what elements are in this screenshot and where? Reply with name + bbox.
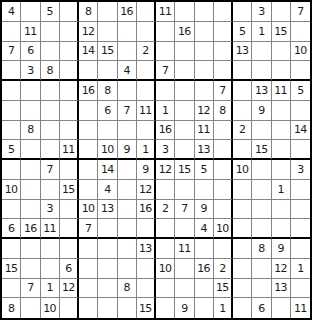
cell-r3c3[interactable] [41,42,60,62]
cell-r4c6[interactable] [98,61,117,81]
cell-r5c3[interactable] [41,81,60,101]
cell-r10c12[interactable] [214,180,233,200]
cell-r9c3[interactable]: 7 [41,160,60,180]
cell-r10c13[interactable] [233,180,252,200]
cell-r6c11[interactable]: 12 [195,101,214,121]
cell-r5c12[interactable]: 7 [214,81,233,101]
cell-r10c8[interactable]: 12 [137,180,156,200]
cell-r4c12[interactable] [214,61,233,81]
cell-r12c1[interactable]: 6 [2,219,21,239]
cell-r12c12[interactable]: 10 [214,219,233,239]
cell-r15c8[interactable] [137,279,156,299]
cell-r3c6[interactable]: 15 [98,42,117,62]
cell-r1c14[interactable]: 3 [252,2,271,22]
cell-r3c15[interactable] [272,42,291,62]
cell-r15c15[interactable]: 13 [272,279,291,299]
cell-r9c7[interactable] [118,160,137,180]
cell-r15c10[interactable] [175,279,194,299]
cell-r1c15[interactable] [272,2,291,22]
cell-r7c8[interactable] [137,121,156,141]
cell-r3c8[interactable]: 2 [137,42,156,62]
cell-r1c4[interactable] [60,2,79,22]
cell-r11c4[interactable] [60,200,79,220]
cell-r9c16[interactable]: 3 [291,160,310,180]
cell-r9c14[interactable] [252,160,271,180]
cell-r8c16[interactable] [291,140,310,160]
cell-r1c11[interactable] [195,2,214,22]
cell-r16c8[interactable]: 15 [137,298,156,318]
cell-r2c2[interactable]: 11 [21,22,40,42]
cell-r14c14[interactable] [252,259,271,279]
cell-r3c10[interactable] [175,42,194,62]
cell-r15c6[interactable] [98,279,117,299]
cell-r9c12[interactable] [214,160,233,180]
cell-r8c6[interactable]: 10 [98,140,117,160]
cell-r14c6[interactable] [98,259,117,279]
cell-r16c11[interactable] [195,298,214,318]
cell-r6c2[interactable] [21,101,40,121]
cell-r13c12[interactable] [214,239,233,259]
cell-r13c3[interactable] [41,239,60,259]
cell-r16c4[interactable] [60,298,79,318]
cell-r4c14[interactable] [252,61,271,81]
cell-r1c16[interactable]: 7 [291,2,310,22]
cell-r4c7[interactable]: 4 [118,61,137,81]
cell-r14c9[interactable]: 10 [156,259,175,279]
cell-r1c8[interactable] [137,2,156,22]
cell-r2c14[interactable]: 1 [252,22,271,42]
cell-r12c16[interactable] [291,219,310,239]
cell-r15c14[interactable] [252,279,271,299]
cell-r11c2[interactable] [21,200,40,220]
cell-r14c11[interactable]: 16 [195,259,214,279]
cell-r16c7[interactable] [118,298,137,318]
cell-r11c10[interactable]: 7 [175,200,194,220]
cell-r10c6[interactable]: 4 [98,180,117,200]
cell-r10c1[interactable]: 10 [2,180,21,200]
cell-r6c10[interactable] [175,101,194,121]
cell-r2c12[interactable] [214,22,233,42]
cell-r6c16[interactable] [291,101,310,121]
cell-r11c13[interactable] [233,200,252,220]
cell-r12c13[interactable] [233,219,252,239]
cell-r2c11[interactable] [195,22,214,42]
cell-r5c1[interactable] [2,81,21,101]
cell-r13c8[interactable]: 13 [137,239,156,259]
cell-r5c4[interactable] [60,81,79,101]
cell-r7c11[interactable]: 11 [195,121,214,141]
cell-r16c1[interactable]: 8 [2,298,21,318]
cell-r6c9[interactable]: 1 [156,101,175,121]
cell-r14c7[interactable] [118,259,137,279]
cell-r11c3[interactable]: 3 [41,200,60,220]
cell-r5c15[interactable]: 11 [272,81,291,101]
cell-r10c11[interactable] [195,180,214,200]
cell-r13c13[interactable] [233,239,252,259]
cell-r2c7[interactable] [118,22,137,42]
cell-r7c1[interactable] [2,121,21,141]
cell-r12c7[interactable] [118,219,137,239]
cell-r4c16[interactable] [291,61,310,81]
cell-r8c8[interactable]: 1 [137,140,156,160]
cell-r13c11[interactable] [195,239,214,259]
cell-r5c11[interactable] [195,81,214,101]
cell-r11c11[interactable]: 9 [195,200,214,220]
cell-r11c8[interactable]: 16 [137,200,156,220]
cell-r4c5[interactable] [79,61,98,81]
cell-r15c7[interactable]: 8 [118,279,137,299]
cell-r2c5[interactable]: 12 [79,22,98,42]
cell-r4c9[interactable]: 7 [156,61,175,81]
cell-r14c5[interactable] [79,259,98,279]
cell-r2c8[interactable] [137,22,156,42]
cell-r9c9[interactable]: 12 [156,160,175,180]
cell-r2c13[interactable]: 5 [233,22,252,42]
cell-r8c12[interactable] [214,140,233,160]
cell-r4c4[interactable] [60,61,79,81]
cell-r9c2[interactable] [21,160,40,180]
cell-r3c2[interactable]: 6 [21,42,40,62]
cell-r8c11[interactable]: 13 [195,140,214,160]
cell-r1c2[interactable] [21,2,40,22]
cell-r16c14[interactable]: 6 [252,298,271,318]
cell-r9c1[interactable] [2,160,21,180]
cell-r4c1[interactable] [2,61,21,81]
cell-r14c8[interactable] [137,259,156,279]
cell-r12c10[interactable] [175,219,194,239]
cell-r10c16[interactable] [291,180,310,200]
cell-r1c9[interactable]: 11 [156,2,175,22]
cell-r12c3[interactable]: 11 [41,219,60,239]
cell-r2c6[interactable] [98,22,117,42]
cell-r13c2[interactable] [21,239,40,259]
cell-r5c16[interactable]: 5 [291,81,310,101]
cell-r2c9[interactable] [156,22,175,42]
cell-r3c16[interactable]: 10 [291,42,310,62]
cell-r7c10[interactable] [175,121,194,141]
cell-r13c14[interactable]: 8 [252,239,271,259]
cell-r7c16[interactable]: 14 [291,121,310,141]
cell-r12c15[interactable] [272,219,291,239]
cell-r15c3[interactable]: 1 [41,279,60,299]
cell-r12c6[interactable] [98,219,117,239]
cell-r6c12[interactable]: 8 [214,101,233,121]
cell-r11c1[interactable] [2,200,21,220]
cell-r15c1[interactable] [2,279,21,299]
cell-r9c6[interactable]: 14 [98,160,117,180]
cell-r9c13[interactable]: 10 [233,160,252,180]
cell-r1c10[interactable] [175,2,194,22]
cell-r7c9[interactable]: 16 [156,121,175,141]
cell-r7c2[interactable]: 8 [21,121,40,141]
cell-r10c5[interactable] [79,180,98,200]
cell-r12c11[interactable]: 4 [195,219,214,239]
cell-r7c15[interactable] [272,121,291,141]
cell-r15c11[interactable] [195,279,214,299]
cell-r11c7[interactable] [118,200,137,220]
cell-r13c10[interactable]: 11 [175,239,194,259]
cell-r16c2[interactable] [21,298,40,318]
cell-r7c6[interactable] [98,121,117,141]
cell-r5c13[interactable] [233,81,252,101]
cell-r9c8[interactable]: 9 [137,160,156,180]
cell-r13c6[interactable] [98,239,117,259]
cell-r12c8[interactable] [137,219,156,239]
cell-r9c10[interactable]: 15 [175,160,194,180]
cell-r7c3[interactable] [41,121,60,141]
cell-r14c10[interactable] [175,259,194,279]
cell-r3c11[interactable] [195,42,214,62]
cell-r7c7[interactable] [118,121,137,141]
cell-r3c9[interactable] [156,42,175,62]
cell-r16c10[interactable]: 9 [175,298,194,318]
cell-r8c1[interactable]: 5 [2,140,21,160]
cell-r4c8[interactable] [137,61,156,81]
cell-r1c13[interactable] [233,2,252,22]
cell-r15c5[interactable] [79,279,98,299]
cell-r6c7[interactable]: 7 [118,101,137,121]
cell-r1c6[interactable] [98,2,117,22]
cell-r13c4[interactable] [60,239,79,259]
cell-r15c9[interactable] [156,279,175,299]
cell-r5c8[interactable] [137,81,156,101]
cell-r11c14[interactable] [252,200,271,220]
cell-r12c2[interactable]: 16 [21,219,40,239]
cell-r3c7[interactable] [118,42,137,62]
cell-r6c4[interactable] [60,101,79,121]
cell-r4c13[interactable] [233,61,252,81]
cell-r6c3[interactable] [41,101,60,121]
cell-r4c15[interactable] [272,61,291,81]
cell-r7c14[interactable] [252,121,271,141]
cell-r6c6[interactable]: 6 [98,101,117,121]
cell-r9c5[interactable] [79,160,98,180]
cell-r5c9[interactable] [156,81,175,101]
cell-r3c1[interactable]: 7 [2,42,21,62]
cell-r2c16[interactable] [291,22,310,42]
cell-r13c7[interactable] [118,239,137,259]
cell-r15c13[interactable] [233,279,252,299]
cell-r14c16[interactable]: 1 [291,259,310,279]
cell-r10c9[interactable] [156,180,175,200]
cell-r8c14[interactable]: 15 [252,140,271,160]
cell-r5c2[interactable] [21,81,40,101]
cell-r13c16[interactable] [291,239,310,259]
cell-r16c6[interactable] [98,298,117,318]
cell-r15c12[interactable]: 15 [214,279,233,299]
cell-r3c12[interactable] [214,42,233,62]
cell-r3c4[interactable] [60,42,79,62]
cell-r14c3[interactable] [41,259,60,279]
cell-r14c2[interactable] [21,259,40,279]
cell-r10c10[interactable] [175,180,194,200]
cell-r14c1[interactable]: 15 [2,259,21,279]
cell-r11c16[interactable] [291,200,310,220]
cell-r10c4[interactable]: 15 [60,180,79,200]
cell-r8c5[interactable] [79,140,98,160]
cell-r14c4[interactable]: 6 [60,259,79,279]
cell-r10c7[interactable] [118,180,137,200]
cell-r15c4[interactable]: 12 [60,279,79,299]
cell-r6c13[interactable] [233,101,252,121]
cell-r5c10[interactable] [175,81,194,101]
cell-r7c12[interactable] [214,121,233,141]
cell-r2c4[interactable] [60,22,79,42]
cell-r14c15[interactable]: 12 [272,259,291,279]
cell-r16c5[interactable] [79,298,98,318]
cell-r7c4[interactable] [60,121,79,141]
cell-r6c1[interactable] [2,101,21,121]
cell-r8c7[interactable]: 9 [118,140,137,160]
cell-r1c3[interactable]: 5 [41,2,60,22]
cell-r14c13[interactable] [233,259,252,279]
cell-r3c5[interactable]: 14 [79,42,98,62]
cell-r11c15[interactable] [272,200,291,220]
cell-r2c10[interactable]: 16 [175,22,194,42]
cell-r10c3[interactable] [41,180,60,200]
cell-r2c3[interactable] [41,22,60,42]
cell-r12c14[interactable] [252,219,271,239]
cell-r9c15[interactable] [272,160,291,180]
cell-r12c5[interactable]: 7 [79,219,98,239]
cell-r11c9[interactable]: 2 [156,200,175,220]
cell-r1c12[interactable] [214,2,233,22]
cell-r10c2[interactable] [21,180,40,200]
cell-r6c8[interactable]: 11 [137,101,156,121]
cell-r15c16[interactable] [291,279,310,299]
cell-r16c15[interactable] [272,298,291,318]
cell-r14c12[interactable]: 2 [214,259,233,279]
cell-r5c7[interactable] [118,81,137,101]
cell-r4c2[interactable]: 3 [21,61,40,81]
cell-r13c5[interactable] [79,239,98,259]
cell-r4c10[interactable] [175,61,194,81]
cell-r2c1[interactable] [2,22,21,42]
cell-r8c9[interactable]: 3 [156,140,175,160]
cell-r11c12[interactable] [214,200,233,220]
cell-r3c13[interactable]: 13 [233,42,252,62]
cell-r13c1[interactable] [2,239,21,259]
cell-r10c14[interactable] [252,180,271,200]
cell-r8c10[interactable] [175,140,194,160]
cell-r4c3[interactable]: 8 [41,61,60,81]
cell-r13c15[interactable]: 9 [272,239,291,259]
cell-r5c14[interactable]: 13 [252,81,271,101]
cell-r7c13[interactable]: 2 [233,121,252,141]
cell-r6c5[interactable] [79,101,98,121]
cell-r6c14[interactable]: 9 [252,101,271,121]
cell-r16c13[interactable] [233,298,252,318]
cell-r6c15[interactable] [272,101,291,121]
cell-r10c15[interactable]: 1 [272,180,291,200]
cell-r16c3[interactable]: 10 [41,298,60,318]
cell-r11c5[interactable]: 10 [79,200,98,220]
cell-r1c5[interactable]: 8 [79,2,98,22]
cell-r9c11[interactable]: 5 [195,160,214,180]
cell-r12c4[interactable] [60,219,79,239]
cell-r3c14[interactable] [252,42,271,62]
cell-r7c5[interactable] [79,121,98,141]
cell-r8c2[interactable] [21,140,40,160]
sudoku-board: 4581611371112165115761415213103847168713… [0,0,312,320]
cell-r16c16[interactable]: 11 [291,298,310,318]
cell-r9c4[interactable] [60,160,79,180]
cell-r8c15[interactable] [272,140,291,160]
cell-r13c9[interactable] [156,239,175,259]
cell-r4c11[interactable] [195,61,214,81]
cell-r16c9[interactable] [156,298,175,318]
cell-r8c3[interactable] [41,140,60,160]
cell-r5c6[interactable]: 8 [98,81,117,101]
cell-r1c1[interactable]: 4 [2,2,21,22]
cell-r5c5[interactable]: 16 [79,81,98,101]
cell-r15c2[interactable]: 7 [21,279,40,299]
cell-r12c9[interactable] [156,219,175,239]
cell-r8c13[interactable] [233,140,252,160]
cell-r8c4[interactable]: 11 [60,140,79,160]
cell-r1c7[interactable]: 16 [118,2,137,22]
cell-r2c15[interactable]: 15 [272,22,291,42]
cell-r16c12[interactable]: 1 [214,298,233,318]
cell-r11c6[interactable]: 13 [98,200,117,220]
